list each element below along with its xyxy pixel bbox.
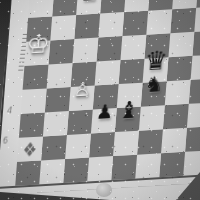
white-pawn-c4[interactable]: ♙	[69, 69, 96, 110]
square-f7[interactable]	[146, 9, 172, 34]
black-pawn-d3[interactable]: ♟	[91, 91, 118, 132]
square-g5[interactable]	[167, 56, 193, 81]
square-g3[interactable]	[163, 104, 189, 129]
square-d5[interactable]	[95, 60, 121, 85]
square-g4[interactable]	[165, 80, 191, 105]
square-e1[interactable]	[111, 155, 137, 180]
border-rank-mark: 4	[6, 106, 13, 115]
square-b1[interactable]	[39, 159, 65, 184]
fallen-piece-blob	[96, 183, 112, 197]
square-d6[interactable]	[96, 36, 122, 61]
square-e6[interactable]	[120, 35, 146, 60]
square-b2[interactable]	[41, 135, 67, 160]
square-h2[interactable]	[185, 126, 200, 151]
square-g1[interactable]	[159, 152, 185, 177]
square-c7[interactable]	[74, 14, 100, 39]
square-e8[interactable]	[124, 0, 150, 12]
black-bishop-e3[interactable]: ♝	[115, 90, 142, 131]
black-knight-f4[interactable]: ♞	[141, 64, 168, 105]
square-d7[interactable]	[98, 12, 124, 37]
square-c2[interactable]	[65, 134, 91, 159]
square-g6[interactable]	[168, 32, 194, 57]
white-king-a6[interactable]: ♔	[25, 23, 52, 64]
square-b7[interactable]	[50, 15, 76, 40]
square-c6[interactable]	[72, 38, 98, 63]
square-e5[interactable]	[119, 59, 145, 84]
square-d2[interactable]	[89, 132, 115, 157]
square-b6[interactable]	[48, 39, 74, 64]
square-g7[interactable]	[170, 8, 196, 33]
square-d8[interactable]	[100, 0, 126, 14]
board-frame: 4 6 ❖ ♟♔♛♙♞♟♝	[0, 0, 200, 200]
square-b8[interactable]	[52, 0, 78, 16]
square-f1[interactable]	[135, 153, 161, 178]
square-f8[interactable]	[148, 0, 174, 11]
chess-board: ❖ ♟♔♛♙♞♟♝	[15, 0, 200, 186]
square-f2[interactable]	[137, 129, 163, 154]
chessboard-photo: 4 6 ❖ ♟♔♛♙♞♟♝	[0, 0, 200, 200]
square-b5[interactable]	[47, 63, 73, 88]
square-e7[interactable]	[122, 11, 148, 36]
square-a4[interactable]	[21, 88, 47, 113]
square-d1[interactable]	[87, 156, 113, 181]
square-h4[interactable]	[189, 78, 200, 103]
square-g8[interactable]	[172, 0, 198, 9]
square-b3[interactable]	[43, 111, 69, 136]
square-h1[interactable]	[183, 150, 200, 175]
square-h3[interactable]	[187, 102, 200, 127]
square-a8[interactable]	[28, 0, 54, 18]
border-rank-mark: 6	[2, 137, 8, 146]
square-g2[interactable]	[161, 128, 187, 153]
square-e2[interactable]	[113, 131, 139, 156]
square-c3[interactable]	[67, 110, 93, 135]
black-pawn-c8[interactable]: ♟	[76, 0, 103, 14]
square-f3[interactable]	[139, 105, 165, 130]
square-b4[interactable]	[45, 87, 71, 112]
square-c1[interactable]	[63, 158, 89, 183]
square-h8[interactable]	[196, 0, 200, 8]
square-a5[interactable]	[23, 64, 49, 89]
corner-motif-ornament: ❖	[17, 134, 43, 165]
